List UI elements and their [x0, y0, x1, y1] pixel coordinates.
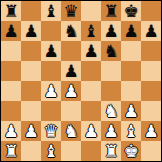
square-c1[interactable]: ♝ — [41, 141, 61, 161]
square-c8[interactable]: ♝ — [41, 1, 61, 21]
square-e7[interactable]: ♝ — [81, 21, 101, 41]
square-e8[interactable] — [81, 1, 101, 21]
white-pawn-icon[interactable]: ♟ — [103, 121, 118, 141]
square-g8[interactable]: ♚ — [121, 1, 141, 21]
black-knight-icon[interactable]: ♞ — [103, 41, 118, 61]
square-c6[interactable]: ♟ — [41, 41, 61, 61]
square-e5[interactable] — [81, 61, 101, 81]
square-f8[interactable]: ♜ — [101, 1, 121, 21]
black-king-icon[interactable]: ♚ — [123, 1, 138, 21]
white-king-icon[interactable]: ♚ — [123, 141, 138, 161]
square-e4[interactable] — [81, 81, 101, 101]
square-g5[interactable] — [121, 61, 141, 81]
black-pawn-icon[interactable]: ♟ — [3, 21, 18, 41]
black-queen-icon[interactable]: ♛ — [63, 1, 78, 21]
black-pawn-icon[interactable]: ♟ — [63, 61, 78, 81]
white-pawn-icon[interactable]: ♟ — [3, 121, 18, 141]
square-b8[interactable] — [21, 1, 41, 21]
white-knight-icon[interactable]: ♞ — [103, 101, 118, 121]
square-g4[interactable] — [121, 81, 141, 101]
square-f5[interactable] — [101, 61, 121, 81]
square-f4[interactable] — [101, 81, 121, 101]
square-d7[interactable]: ♞ — [61, 21, 81, 41]
square-c4[interactable]: ♟ — [41, 81, 61, 101]
square-c5[interactable] — [41, 61, 61, 81]
square-h6[interactable] — [141, 41, 161, 61]
black-knight-icon[interactable]: ♞ — [63, 21, 78, 41]
white-pawn-icon[interactable]: ♟ — [143, 121, 158, 141]
square-b5[interactable] — [21, 61, 41, 81]
white-rook-icon[interactable]: ♜ — [103, 141, 118, 161]
square-c7[interactable] — [41, 21, 61, 41]
square-d3[interactable] — [61, 101, 81, 121]
black-pawn-icon[interactable]: ♟ — [83, 41, 98, 61]
square-f3[interactable]: ♞ — [101, 101, 121, 121]
square-b6[interactable] — [21, 41, 41, 61]
black-rook-icon[interactable]: ♜ — [103, 1, 118, 21]
white-bishop-icon[interactable]: ♝ — [43, 141, 58, 161]
square-h4[interactable] — [141, 81, 161, 101]
black-pawn-icon[interactable]: ♟ — [43, 41, 58, 61]
square-b4[interactable] — [21, 81, 41, 101]
square-e6[interactable]: ♟ — [81, 41, 101, 61]
square-a5[interactable] — [1, 61, 21, 81]
white-pawn-icon[interactable]: ♟ — [83, 121, 98, 141]
black-pawn-icon[interactable]: ♟ — [23, 21, 38, 41]
white-pawn-icon[interactable]: ♟ — [23, 121, 38, 141]
square-d5[interactable]: ♟ — [61, 61, 81, 81]
square-d1[interactable] — [61, 141, 81, 161]
white-pawn-icon[interactable]: ♟ — [63, 81, 78, 101]
square-h3[interactable] — [141, 101, 161, 121]
white-rook-icon[interactable]: ♜ — [3, 141, 18, 161]
square-d8[interactable]: ♛ — [61, 1, 81, 21]
square-a8[interactable]: ♜ — [1, 1, 21, 21]
square-h7[interactable]: ♟ — [141, 21, 161, 41]
square-c2[interactable]: ♛ — [41, 121, 61, 141]
square-f6[interactable]: ♞ — [101, 41, 121, 61]
square-d4[interactable]: ♟ — [61, 81, 81, 101]
black-bishop-icon[interactable]: ♝ — [83, 21, 98, 41]
square-b3[interactable] — [21, 101, 41, 121]
white-queen-icon[interactable]: ♛ — [43, 121, 58, 141]
square-d2[interactable]: ♞ — [61, 121, 81, 141]
black-pawn-icon[interactable]: ♟ — [103, 21, 118, 41]
square-g2[interactable]: ♝ — [121, 121, 141, 141]
square-h2[interactable]: ♟ — [141, 121, 161, 141]
square-e2[interactable]: ♟ — [81, 121, 101, 141]
square-f1[interactable]: ♜ — [101, 141, 121, 161]
square-f7[interactable]: ♟ — [101, 21, 121, 41]
square-h5[interactable] — [141, 61, 161, 81]
black-bishop-icon[interactable]: ♝ — [43, 1, 58, 21]
square-a2[interactable]: ♟ — [1, 121, 21, 141]
black-rook-icon[interactable]: ♜ — [3, 1, 18, 21]
square-h8[interactable] — [141, 1, 161, 21]
square-a1[interactable]: ♜ — [1, 141, 21, 161]
square-a3[interactable] — [1, 101, 21, 121]
square-b2[interactable]: ♟ — [21, 121, 41, 141]
square-b1[interactable] — [21, 141, 41, 161]
square-h1[interactable] — [141, 141, 161, 161]
square-a6[interactable] — [1, 41, 21, 61]
chess-board: ♜♝♛♜♚♟♟♞♝♟♟♟♟♟♞♟♟♟♞♟♟♟♛♞♟♟♝♟♜♝♜♚ — [0, 0, 162, 162]
square-e1[interactable] — [81, 141, 101, 161]
square-g3[interactable]: ♟ — [121, 101, 141, 121]
square-g6[interactable] — [121, 41, 141, 61]
square-g7[interactable]: ♟ — [121, 21, 141, 41]
square-e3[interactable] — [81, 101, 101, 121]
square-g1[interactable]: ♚ — [121, 141, 141, 161]
black-pawn-icon[interactable]: ♟ — [143, 21, 158, 41]
white-pawn-icon[interactable]: ♟ — [123, 101, 138, 121]
white-pawn-icon[interactable]: ♟ — [43, 81, 58, 101]
square-f2[interactable]: ♟ — [101, 121, 121, 141]
white-knight-icon[interactable]: ♞ — [63, 121, 78, 141]
square-b7[interactable]: ♟ — [21, 21, 41, 41]
square-c3[interactable] — [41, 101, 61, 121]
square-a4[interactable] — [1, 81, 21, 101]
square-d6[interactable] — [61, 41, 81, 61]
black-pawn-icon[interactable]: ♟ — [123, 21, 138, 41]
white-bishop-icon[interactable]: ♝ — [123, 121, 138, 141]
square-a7[interactable]: ♟ — [1, 21, 21, 41]
